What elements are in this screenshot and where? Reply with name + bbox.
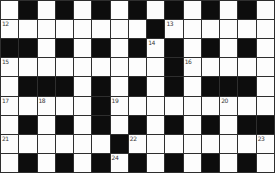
white-cell-r4c4[interactable] (56, 58, 73, 76)
white-cell-r9c9[interactable] (147, 154, 164, 172)
white-cell-r6c4[interactable] (56, 97, 73, 115)
black-cell-r9c12 (202, 154, 219, 172)
white-cell-r1c11[interactable] (184, 1, 201, 19)
white-cell-r6c11[interactable] (184, 97, 201, 115)
clue-number-17: 17 (2, 97, 9, 104)
white-cell-r2c6[interactable] (92, 20, 109, 38)
black-cell-r9c2 (19, 154, 36, 172)
black-cell-r1c14 (238, 1, 255, 19)
white-cell-r2c10[interactable]: 13 (165, 20, 182, 38)
black-cell-r1c12 (202, 1, 219, 19)
black-cell-r9c8 (129, 154, 146, 172)
clue-number-20: 20 (221, 97, 228, 104)
white-cell-r6c2[interactable] (19, 97, 36, 115)
white-cell-r1c5[interactable] (74, 1, 91, 19)
clue-number-15: 15 (2, 58, 9, 65)
white-cell-r9c1[interactable] (1, 154, 18, 172)
white-cell-r7c7[interactable] (111, 116, 128, 134)
crossword-grid: 12131415161718192021222324 (0, 0, 275, 173)
white-cell-r5c1[interactable] (1, 77, 18, 95)
black-cell-r7c2 (19, 116, 36, 134)
white-cell-r3c11[interactable] (184, 39, 201, 57)
clue-number-23: 23 (258, 135, 265, 142)
white-cell-r6c15[interactable] (257, 97, 274, 115)
white-cell-r9c7[interactable]: 24 (111, 154, 128, 172)
black-cell-r9c14 (238, 154, 255, 172)
black-cell-r7c4 (56, 116, 73, 134)
black-cell-r5c13 (220, 77, 237, 95)
white-cell-r2c15[interactable] (257, 20, 274, 38)
white-cell-r8c9[interactable] (147, 135, 164, 153)
white-cell-r6c9[interactable] (147, 97, 164, 115)
white-cell-r8c10[interactable] (165, 135, 182, 153)
white-cell-r7c3[interactable] (38, 116, 55, 134)
white-cell-r1c7[interactable] (111, 1, 128, 19)
clue-number-13: 13 (166, 20, 173, 27)
white-cell-r1c1[interactable] (1, 1, 18, 19)
white-cell-r7c1[interactable] (1, 116, 18, 134)
black-cell-r5c4 (56, 77, 73, 95)
white-cell-r8c12[interactable] (202, 135, 219, 153)
white-cell-r6c5[interactable] (74, 97, 91, 115)
white-cell-r2c13[interactable] (220, 20, 237, 38)
black-cell-r9c4 (56, 154, 73, 172)
white-cell-r5c7[interactable] (111, 77, 128, 95)
black-cell-r9c6 (92, 154, 109, 172)
white-cell-r2c11[interactable] (184, 20, 201, 38)
black-cell-r3c1 (1, 39, 18, 57)
black-cell-r5c10 (165, 77, 182, 95)
black-cell-r7c14 (238, 116, 255, 134)
white-cell-r4c7[interactable] (111, 58, 128, 76)
white-cell-r3c3[interactable] (38, 39, 55, 57)
black-cell-r7c6 (92, 116, 109, 134)
white-cell-r6c12[interactable] (202, 97, 219, 115)
white-cell-r4c3[interactable] (38, 58, 55, 76)
white-cell-r2c2[interactable] (19, 20, 36, 38)
white-cell-r2c1[interactable]: 12 (1, 20, 18, 38)
white-cell-r8c3[interactable] (38, 135, 55, 153)
white-cell-r8c5[interactable] (74, 135, 91, 153)
black-cell-r1c6 (92, 1, 109, 19)
white-cell-r6c13[interactable]: 20 (220, 97, 237, 115)
white-cell-r8c11[interactable] (184, 135, 201, 153)
white-cell-r8c14[interactable] (238, 135, 255, 153)
white-cell-r6c8[interactable] (129, 97, 146, 115)
black-cell-r6c6 (92, 97, 109, 115)
black-cell-r5c6 (92, 77, 109, 95)
white-cell-r9c13[interactable] (220, 154, 237, 172)
white-cell-r4c15[interactable] (257, 58, 274, 76)
white-cell-r2c3[interactable] (38, 20, 55, 38)
black-cell-r5c3 (38, 77, 55, 95)
clue-number-21: 21 (2, 135, 9, 142)
white-cell-r8c15[interactable]: 23 (257, 135, 274, 153)
white-cell-r3c15[interactable] (257, 39, 274, 57)
white-cell-r7c11[interactable] (184, 116, 201, 134)
black-cell-r5c8 (129, 77, 146, 95)
white-cell-r4c8[interactable] (129, 58, 146, 76)
white-cell-r8c4[interactable] (56, 135, 73, 153)
white-cell-r1c9[interactable] (147, 1, 164, 19)
white-cell-r6c14[interactable] (238, 97, 255, 115)
black-cell-r3c8 (129, 39, 146, 57)
white-cell-r8c6[interactable] (92, 135, 109, 153)
clue-number-24: 24 (112, 154, 119, 161)
black-cell-r1c2 (19, 1, 36, 19)
white-cell-r2c8[interactable] (129, 20, 146, 38)
black-cell-r3c14 (238, 39, 255, 57)
white-cell-r4c9[interactable] (147, 58, 164, 76)
clue-number-12: 12 (2, 20, 9, 27)
black-cell-r3c2 (19, 39, 36, 57)
clue-number-19: 19 (112, 97, 119, 104)
white-cell-r8c2[interactable] (19, 135, 36, 153)
white-cell-r5c11[interactable] (184, 77, 201, 95)
white-cell-r9c5[interactable] (74, 154, 91, 172)
white-cell-r3c13[interactable] (220, 39, 237, 57)
white-cell-r5c15[interactable] (257, 77, 274, 95)
white-cell-r4c2[interactable] (19, 58, 36, 76)
white-cell-r9c15[interactable] (257, 154, 274, 172)
white-cell-r4c13[interactable] (220, 58, 237, 76)
clue-number-14: 14 (148, 39, 155, 46)
white-cell-r8c8[interactable]: 22 (129, 135, 146, 153)
black-cell-r7c10 (165, 116, 182, 134)
white-cell-r3c7[interactable] (111, 39, 128, 57)
white-cell-r6c7[interactable]: 19 (111, 97, 128, 115)
white-cell-r4c14[interactable] (238, 58, 255, 76)
black-cell-r7c15 (257, 116, 274, 134)
black-cell-r7c8 (129, 116, 146, 134)
black-cell-r9c10 (165, 154, 182, 172)
clue-number-22: 22 (130, 135, 137, 142)
black-cell-r1c8 (129, 1, 146, 19)
white-cell-r8c13[interactable] (220, 135, 237, 153)
white-cell-r1c13[interactable] (220, 1, 237, 19)
black-cell-r5c2 (19, 77, 36, 95)
white-cell-r4c6[interactable] (92, 58, 109, 76)
white-cell-r1c3[interactable] (38, 1, 55, 19)
white-cell-r3c5[interactable] (74, 39, 91, 57)
white-cell-r4c1[interactable]: 15 (1, 58, 18, 76)
black-cell-r8c7 (111, 135, 128, 153)
white-cell-r2c12[interactable] (202, 20, 219, 38)
white-cell-r4c12[interactable] (202, 58, 219, 76)
black-cell-r3c12 (202, 39, 219, 57)
clue-number-18: 18 (39, 97, 46, 104)
white-cell-r2c7[interactable] (111, 20, 128, 38)
white-cell-r7c13[interactable] (220, 116, 237, 134)
black-cell-r5c12 (202, 77, 219, 95)
white-cell-r6c1[interactable]: 17 (1, 97, 18, 115)
white-cell-r2c14[interactable] (238, 20, 255, 38)
white-cell-r9c3[interactable] (38, 154, 55, 172)
white-cell-r7c5[interactable] (74, 116, 91, 134)
white-cell-r8c1[interactable]: 21 (1, 135, 18, 153)
black-cell-r3c4 (56, 39, 73, 57)
black-cell-r4c10 (165, 58, 182, 76)
black-cell-r3c10 (165, 39, 182, 57)
clue-number-16: 16 (185, 58, 192, 65)
black-cell-r1c10 (165, 1, 182, 19)
white-cell-r2c5[interactable] (74, 20, 91, 38)
white-cell-r4c11[interactable]: 16 (184, 58, 201, 76)
black-cell-r5c14 (238, 77, 255, 95)
black-cell-r1c4 (56, 1, 73, 19)
white-cell-r2c4[interactable] (56, 20, 73, 38)
black-cell-r7c12 (202, 116, 219, 134)
white-cell-r1c15[interactable] (257, 1, 274, 19)
black-cell-r2c9 (147, 20, 164, 38)
white-cell-r4c5[interactable] (74, 58, 91, 76)
white-cell-r5c9[interactable] (147, 77, 164, 95)
white-cell-r6c3[interactable]: 18 (38, 97, 55, 115)
white-cell-r7c9[interactable] (147, 116, 164, 134)
black-cell-r3c6 (92, 39, 109, 57)
white-cell-r6c10[interactable] (165, 97, 182, 115)
white-cell-r9c11[interactable] (184, 154, 201, 172)
white-cell-r5c5[interactable] (74, 77, 91, 95)
white-cell-r3c9[interactable]: 14 (147, 39, 164, 57)
